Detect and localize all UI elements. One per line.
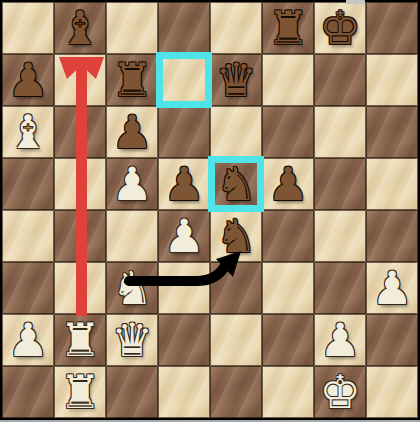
square-h5[interactable] (366, 158, 418, 210)
square-c8[interactable] (106, 2, 158, 54)
square-h8[interactable] (366, 2, 418, 54)
square-h1[interactable] (366, 366, 418, 418)
square-c7[interactable]: ♜ (106, 54, 158, 106)
square-g8[interactable]: ♚ (314, 2, 366, 54)
square-g5[interactable] (314, 158, 366, 210)
piece-black-rook-f8[interactable]: ♜ (267, 2, 308, 54)
square-h7[interactable] (366, 54, 418, 106)
square-g2[interactable]: ♟ (314, 314, 366, 366)
square-a6[interactable]: ♝ (2, 106, 54, 158)
square-f7[interactable] (262, 54, 314, 106)
square-d3[interactable] (158, 262, 210, 314)
square-b4[interactable] (54, 210, 106, 262)
piece-black-knight-e4[interactable]: ♞ (215, 210, 256, 262)
square-b5[interactable] (54, 158, 106, 210)
square-b7[interactable] (54, 54, 106, 106)
square-d6[interactable] (158, 106, 210, 158)
square-c6[interactable]: ♟ (106, 106, 158, 158)
square-a5[interactable] (2, 158, 54, 210)
square-d4[interactable]: ♟ (158, 210, 210, 262)
square-e3[interactable] (210, 262, 262, 314)
piece-black-knight-e5[interactable]: ♞ (215, 158, 256, 210)
square-f6[interactable] (262, 106, 314, 158)
chess-board: ♝♜♚♟♜♛♝♟♟♟♞♟♟♞♞♟♟♜♛♟♜♚ (2, 2, 418, 418)
square-c4[interactable] (106, 210, 158, 262)
square-a7[interactable]: ♟ (2, 54, 54, 106)
window-edge-artifact (346, 0, 365, 4)
square-a8[interactable] (2, 2, 54, 54)
piece-white-queen-c2[interactable]: ♛ (111, 314, 152, 366)
square-b8[interactable]: ♝ (54, 2, 106, 54)
square-g4[interactable] (314, 210, 366, 262)
piece-white-pawn-a2[interactable]: ♟ (7, 314, 48, 366)
piece-white-bishop-a6[interactable]: ♝ (7, 106, 48, 158)
square-e7[interactable]: ♛ (210, 54, 262, 106)
square-d5[interactable]: ♟ (158, 158, 210, 210)
square-d8[interactable] (158, 2, 210, 54)
square-a3[interactable] (2, 262, 54, 314)
square-f2[interactable] (262, 314, 314, 366)
square-g1[interactable]: ♚ (314, 366, 366, 418)
piece-black-rook-c7[interactable]: ♜ (111, 54, 152, 106)
square-e6[interactable] (210, 106, 262, 158)
square-f4[interactable] (262, 210, 314, 262)
piece-white-pawn-h3[interactable]: ♟ (371, 262, 412, 314)
square-d7-highlighted[interactable] (158, 54, 210, 106)
piece-black-queen-e7[interactable]: ♛ (215, 54, 256, 106)
piece-white-rook-b2[interactable]: ♜ (59, 314, 100, 366)
square-a4[interactable] (2, 210, 54, 262)
piece-white-pawn-g2[interactable]: ♟ (319, 314, 360, 366)
square-c3[interactable]: ♞ (106, 262, 158, 314)
square-b3[interactable] (54, 262, 106, 314)
piece-white-rook-b1[interactable]: ♜ (59, 366, 100, 418)
piece-black-pawn-a7[interactable]: ♟ (7, 54, 48, 106)
square-e1[interactable] (210, 366, 262, 418)
square-d1[interactable] (158, 366, 210, 418)
piece-black-pawn-f5[interactable]: ♟ (267, 158, 308, 210)
square-g3[interactable] (314, 262, 366, 314)
square-e8[interactable] (210, 2, 262, 54)
square-h2[interactable] (366, 314, 418, 366)
square-b1[interactable]: ♜ (54, 366, 106, 418)
square-b6[interactable] (54, 106, 106, 158)
square-c5[interactable]: ♟ (106, 158, 158, 210)
piece-black-king-g8[interactable]: ♚ (319, 2, 360, 54)
square-c2[interactable]: ♛ (106, 314, 158, 366)
piece-white-king-g1[interactable]: ♚ (319, 366, 360, 418)
square-e2[interactable] (210, 314, 262, 366)
square-f1[interactable] (262, 366, 314, 418)
chess-board-window: ♝♜♚♟♜♛♝♟♟♟♞♟♟♞♞♟♟♜♛♟♜♚ (0, 0, 420, 422)
square-d2[interactable] (158, 314, 210, 366)
piece-black-pawn-d5[interactable]: ♟ (163, 158, 204, 210)
square-b2[interactable]: ♜ (54, 314, 106, 366)
square-f3[interactable] (262, 262, 314, 314)
square-c1[interactable] (106, 366, 158, 418)
square-f8[interactable]: ♜ (262, 2, 314, 54)
piece-white-pawn-c5[interactable]: ♟ (111, 158, 152, 210)
square-e5-highlighted[interactable]: ♞ (210, 158, 262, 210)
square-h3[interactable]: ♟ (366, 262, 418, 314)
piece-white-pawn-d4[interactable]: ♟ (163, 210, 204, 262)
square-g6[interactable] (314, 106, 366, 158)
piece-black-bishop-b8[interactable]: ♝ (59, 2, 100, 54)
square-f5[interactable]: ♟ (262, 158, 314, 210)
square-h4[interactable] (366, 210, 418, 262)
square-a2[interactable]: ♟ (2, 314, 54, 366)
square-g7[interactable] (314, 54, 366, 106)
piece-black-pawn-c6[interactable]: ♟ (111, 106, 152, 158)
square-e4[interactable]: ♞ (210, 210, 262, 262)
square-a1[interactable] (2, 366, 54, 418)
square-h6[interactable] (366, 106, 418, 158)
piece-white-knight-c3[interactable]: ♞ (111, 262, 152, 314)
